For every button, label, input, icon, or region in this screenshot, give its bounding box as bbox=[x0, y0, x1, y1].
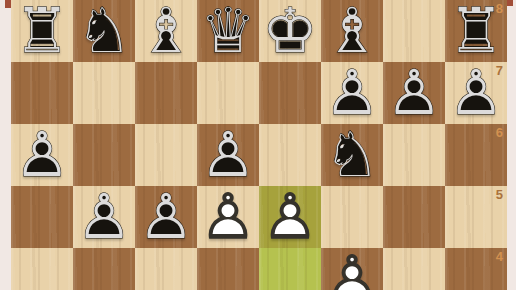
pawn-detail-glyph: ♙︎ bbox=[197, 186, 259, 248]
square-a6[interactable]: ♟︎♙︎ bbox=[11, 124, 73, 186]
square-d4[interactable] bbox=[197, 248, 259, 290]
knight-detail-glyph: ♘︎ bbox=[321, 124, 383, 186]
pawn-detail-glyph: ♙︎ bbox=[11, 124, 73, 186]
square-c7[interactable] bbox=[135, 62, 197, 124]
corner-accent-right bbox=[507, 0, 513, 6]
square-g6[interactable] bbox=[383, 124, 445, 186]
square-f8[interactable]: ♝︎♗︎ bbox=[321, 0, 383, 62]
pawn-detail-glyph: ♙︎ bbox=[445, 62, 507, 124]
square-e8[interactable]: ♚︎♔︎ bbox=[259, 0, 321, 62]
square-b8[interactable]: ♞︎♘︎ bbox=[73, 0, 135, 62]
chess-app-stage: ♜︎♖︎♞︎♘︎♝︎♗︎♛︎♕︎♚︎♔︎♝︎♗︎♜︎♖︎8♟︎♙︎♟︎♙︎♟︎♙… bbox=[0, 0, 516, 290]
black-knight-b8[interactable]: ♞︎♘︎ bbox=[73, 0, 135, 62]
square-h8[interactable]: ♜︎♖︎8 bbox=[445, 0, 507, 62]
pawn-detail-glyph: ♙︎ bbox=[197, 124, 259, 186]
black-knight-f6[interactable]: ♞︎♘︎ bbox=[321, 124, 383, 186]
square-e6[interactable] bbox=[259, 124, 321, 186]
square-f4[interactable]: ♟︎♙︎ bbox=[321, 248, 383, 290]
king-detail-glyph: ♔︎ bbox=[259, 0, 321, 62]
white-pawn-d5[interactable]: ♟︎♙︎ bbox=[197, 186, 259, 248]
knight-detail-glyph: ♘︎ bbox=[73, 0, 135, 62]
bishop-detail-glyph: ♗︎ bbox=[135, 0, 197, 62]
square-f7[interactable]: ♟︎♙︎ bbox=[321, 62, 383, 124]
square-b6[interactable] bbox=[73, 124, 135, 186]
square-c8[interactable]: ♝︎♗︎ bbox=[135, 0, 197, 62]
black-rook-h8[interactable]: ♜︎♖︎ bbox=[445, 0, 507, 62]
pawn-detail-glyph: ♙︎ bbox=[259, 186, 321, 248]
square-h4[interactable]: 4 bbox=[445, 248, 507, 290]
black-king-e8[interactable]: ♚︎♔︎ bbox=[259, 0, 321, 62]
square-c6[interactable] bbox=[135, 124, 197, 186]
black-pawn-b5[interactable]: ♟︎♙︎ bbox=[73, 186, 135, 248]
square-c4[interactable] bbox=[135, 248, 197, 290]
pawn-detail-glyph: ♙︎ bbox=[135, 186, 197, 248]
pawn-detail-glyph: ♙︎ bbox=[73, 186, 135, 248]
queen-detail-glyph: ♕︎ bbox=[197, 0, 259, 62]
bishop-detail-glyph: ♗︎ bbox=[321, 0, 383, 62]
square-c5[interactable]: ♟︎♙︎ bbox=[135, 186, 197, 248]
white-pawn-f4[interactable]: ♟︎♙︎ bbox=[321, 248, 383, 290]
rank-label-6: 6 bbox=[496, 125, 503, 140]
pawn-detail-glyph: ♙︎ bbox=[321, 248, 383, 290]
black-pawn-a6[interactable]: ♟︎♙︎ bbox=[11, 124, 73, 186]
black-pawn-g7[interactable]: ♟︎♙︎ bbox=[383, 62, 445, 124]
square-e7[interactable] bbox=[259, 62, 321, 124]
square-a7[interactable] bbox=[11, 62, 73, 124]
pawn-detail-glyph: ♙︎ bbox=[321, 62, 383, 124]
square-g8[interactable] bbox=[383, 0, 445, 62]
square-d5[interactable]: ♟︎♙︎ bbox=[197, 186, 259, 248]
black-rook-a8[interactable]: ♜︎♖︎ bbox=[11, 0, 73, 62]
square-h5[interactable]: 5 bbox=[445, 186, 507, 248]
black-pawn-d6[interactable]: ♟︎♙︎ bbox=[197, 124, 259, 186]
square-e5[interactable]: ♟︎♙︎ bbox=[259, 186, 321, 248]
square-a8[interactable]: ♜︎♖︎ bbox=[11, 0, 73, 62]
square-d7[interactable] bbox=[197, 62, 259, 124]
square-a5[interactable] bbox=[11, 186, 73, 248]
rook-detail-glyph: ♖︎ bbox=[11, 0, 73, 62]
square-a4[interactable] bbox=[11, 248, 73, 290]
black-bishop-f8[interactable]: ♝︎♗︎ bbox=[321, 0, 383, 62]
black-bishop-c8[interactable]: ♝︎♗︎ bbox=[135, 0, 197, 62]
square-d8[interactable]: ♛︎♕︎ bbox=[197, 0, 259, 62]
square-g4[interactable] bbox=[383, 248, 445, 290]
square-b5[interactable]: ♟︎♙︎ bbox=[73, 186, 135, 248]
square-g7[interactable]: ♟︎♙︎ bbox=[383, 62, 445, 124]
pawn-detail-glyph: ♙︎ bbox=[383, 62, 445, 124]
black-queen-d8[interactable]: ♛︎♕︎ bbox=[197, 0, 259, 62]
rank-label-5: 5 bbox=[496, 187, 503, 202]
square-d6[interactable]: ♟︎♙︎ bbox=[197, 124, 259, 186]
square-g5[interactable] bbox=[383, 186, 445, 248]
square-h7[interactable]: ♟︎♙︎7 bbox=[445, 62, 507, 124]
square-h6[interactable]: 6 bbox=[445, 124, 507, 186]
square-e4[interactable] bbox=[259, 248, 321, 290]
black-pawn-c5[interactable]: ♟︎♙︎ bbox=[135, 186, 197, 248]
black-pawn-h7[interactable]: ♟︎♙︎ bbox=[445, 62, 507, 124]
square-b4[interactable] bbox=[73, 248, 135, 290]
white-pawn-e5[interactable]: ♟︎♙︎ bbox=[259, 186, 321, 248]
square-b7[interactable] bbox=[73, 62, 135, 124]
chess-board: ♜︎♖︎♞︎♘︎♝︎♗︎♛︎♕︎♚︎♔︎♝︎♗︎♜︎♖︎8♟︎♙︎♟︎♙︎♟︎♙… bbox=[11, 0, 507, 290]
square-f5[interactable] bbox=[321, 186, 383, 248]
square-f6[interactable]: ♞︎♘︎ bbox=[321, 124, 383, 186]
rook-detail-glyph: ♖︎ bbox=[445, 0, 507, 62]
black-pawn-f7[interactable]: ♟︎♙︎ bbox=[321, 62, 383, 124]
rank-label-4: 4 bbox=[496, 249, 503, 264]
